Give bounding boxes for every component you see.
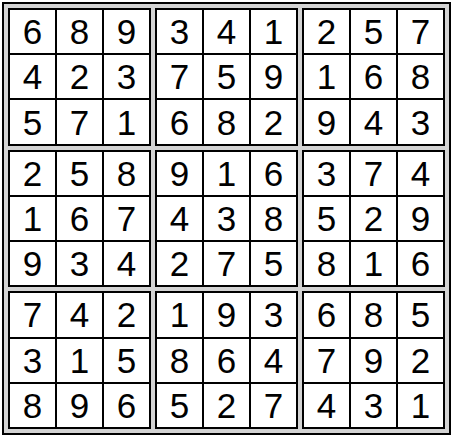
cell-r9c2[interactable]: 9 [57,384,102,427]
cell-r3c4[interactable]: 6 [157,100,202,143]
cell-r2c8[interactable]: 6 [351,55,396,98]
cell-r2c7[interactable]: 1 [304,55,349,98]
cell-r4c4[interactable]: 9 [157,152,202,195]
cell-r5c2[interactable]: 6 [57,197,102,240]
cell-r8c7[interactable]: 7 [304,339,349,382]
cell-r8c5[interactable]: 6 [204,339,249,382]
cell-r4c6[interactable]: 6 [251,152,296,195]
cell-r1c7[interactable]: 2 [304,10,349,53]
cell-r2c1[interactable]: 4 [10,55,55,98]
cell-r3c2[interactable]: 7 [57,100,102,143]
cell-r2c5[interactable]: 5 [204,55,249,98]
sudoku-box-9: 685792431 [302,291,445,429]
cell-r2c2[interactable]: 2 [57,55,102,98]
cell-r3c3[interactable]: 1 [104,100,149,143]
cell-r7c7[interactable]: 6 [304,293,349,336]
cell-r1c5[interactable]: 4 [204,10,249,53]
cell-r1c3[interactable]: 9 [104,10,149,53]
cell-r3c5[interactable]: 8 [204,100,249,143]
cell-r9c3[interactable]: 6 [104,384,149,427]
cell-r5c7[interactable]: 5 [304,197,349,240]
cell-r2c9[interactable]: 8 [398,55,443,98]
cell-r3c8[interactable]: 4 [351,100,396,143]
cell-r6c2[interactable]: 3 [57,242,102,285]
cell-r4c2[interactable]: 5 [57,152,102,195]
cell-r5c4[interactable]: 4 [157,197,202,240]
cell-r4c8[interactable]: 7 [351,152,396,195]
cell-r6c9[interactable]: 6 [398,242,443,285]
cell-r7c8[interactable]: 8 [351,293,396,336]
cell-r3c9[interactable]: 3 [398,100,443,143]
cell-r1c1[interactable]: 6 [10,10,55,53]
sudoku-box-1: 689423571 [8,8,151,146]
sudoku-box-7: 742315896 [8,291,151,429]
cell-r7c5[interactable]: 9 [204,293,249,336]
sudoku-box-6: 374529816 [302,150,445,288]
cell-r6c4[interactable]: 2 [157,242,202,285]
cell-r1c8[interactable]: 5 [351,10,396,53]
cell-r6c1[interactable]: 9 [10,242,55,285]
cell-r3c1[interactable]: 5 [10,100,55,143]
sudoku-box-8: 193864527 [155,291,298,429]
cell-r5c3[interactable]: 7 [104,197,149,240]
cell-r2c6[interactable]: 9 [251,55,296,98]
cell-r4c1[interactable]: 2 [10,152,55,195]
cell-r8c9[interactable]: 2 [398,339,443,382]
cell-r5c1[interactable]: 1 [10,197,55,240]
cell-r5c8[interactable]: 2 [351,197,396,240]
cell-r7c9[interactable]: 5 [398,293,443,336]
cell-r4c9[interactable]: 4 [398,152,443,195]
cell-r8c2[interactable]: 1 [57,339,102,382]
cell-r8c1[interactable]: 3 [10,339,55,382]
cell-r9c4[interactable]: 5 [157,384,202,427]
cell-r8c8[interactable]: 9 [351,339,396,382]
cell-r4c5[interactable]: 1 [204,152,249,195]
cell-r7c3[interactable]: 2 [104,293,149,336]
cell-r8c6[interactable]: 4 [251,339,296,382]
cell-r9c7[interactable]: 4 [304,384,349,427]
cell-r2c3[interactable]: 3 [104,55,149,98]
cell-r4c7[interactable]: 3 [304,152,349,195]
cell-r6c6[interactable]: 5 [251,242,296,285]
cell-r6c8[interactable]: 1 [351,242,396,285]
cell-r5c9[interactable]: 9 [398,197,443,240]
cell-r1c2[interactable]: 8 [57,10,102,53]
cell-r7c2[interactable]: 4 [57,293,102,336]
cell-r8c3[interactable]: 5 [104,339,149,382]
sudoku-box-5: 916438275 [155,150,298,288]
cell-r8c4[interactable]: 8 [157,339,202,382]
cell-r4c3[interactable]: 8 [104,152,149,195]
cell-r9c8[interactable]: 3 [351,384,396,427]
cell-r6c5[interactable]: 7 [204,242,249,285]
sudoku-box-4: 258167934 [8,150,151,288]
cell-r1c6[interactable]: 1 [251,10,296,53]
cell-r9c6[interactable]: 7 [251,384,296,427]
cell-r3c6[interactable]: 2 [251,100,296,143]
cell-r6c3[interactable]: 4 [104,242,149,285]
cell-r7c1[interactable]: 7 [10,293,55,336]
cell-r9c1[interactable]: 8 [10,384,55,427]
sudoku-board: 6894235713417596822571689432581679349164… [2,2,451,435]
cell-r1c9[interactable]: 7 [398,10,443,53]
sudoku-box-2: 341759682 [155,8,298,146]
cell-r7c6[interactable]: 3 [251,293,296,336]
cell-r2c4[interactable]: 7 [157,55,202,98]
cell-r9c9[interactable]: 1 [398,384,443,427]
cell-r6c7[interactable]: 8 [304,242,349,285]
cell-r5c6[interactable]: 8 [251,197,296,240]
cell-r1c4[interactable]: 3 [157,10,202,53]
cell-r9c5[interactable]: 2 [204,384,249,427]
cell-r7c4[interactable]: 1 [157,293,202,336]
cell-r5c5[interactable]: 3 [204,197,249,240]
cell-r3c7[interactable]: 9 [304,100,349,143]
sudoku-box-3: 257168943 [302,8,445,146]
